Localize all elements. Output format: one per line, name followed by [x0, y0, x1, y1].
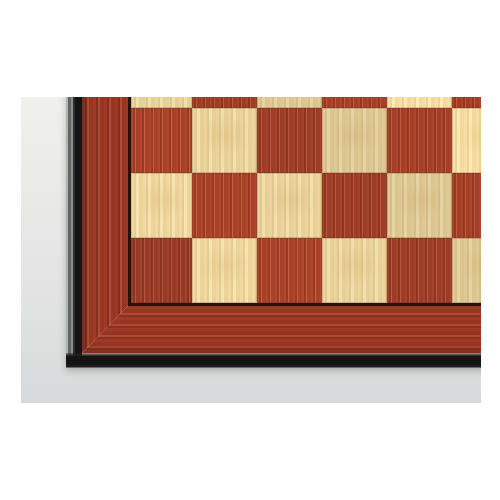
board-square — [452, 97, 481, 108]
board-photo — [21, 97, 481, 403]
board-square — [257, 238, 322, 303]
board-square — [452, 108, 481, 173]
board-square — [257, 97, 322, 108]
board-square — [452, 238, 481, 303]
board-square — [257, 173, 322, 238]
board-square — [387, 108, 452, 173]
playing-field — [128, 97, 481, 306]
board-frame — [82, 97, 481, 353]
board-square — [192, 238, 257, 303]
board-square — [131, 97, 192, 108]
chessboard — [66, 97, 481, 368]
product-photo-page — [0, 0, 500, 500]
board-edge-molding-left — [66, 97, 82, 368]
board-square — [452, 173, 481, 238]
board-square — [192, 173, 257, 238]
board-square — [387, 238, 452, 303]
board-square — [131, 173, 192, 238]
frame-bottom-strip — [82, 306, 481, 353]
board-square — [322, 97, 387, 108]
board-square — [192, 97, 257, 108]
board-square — [387, 97, 452, 108]
board-square — [131, 238, 192, 303]
board-square — [387, 173, 452, 238]
board-square — [322, 173, 387, 238]
board-square — [257, 108, 322, 173]
board-square — [322, 108, 387, 173]
board-square — [131, 108, 192, 173]
board-square — [322, 238, 387, 303]
board-edge-molding-bottom — [66, 353, 481, 368]
board-square — [192, 108, 257, 173]
